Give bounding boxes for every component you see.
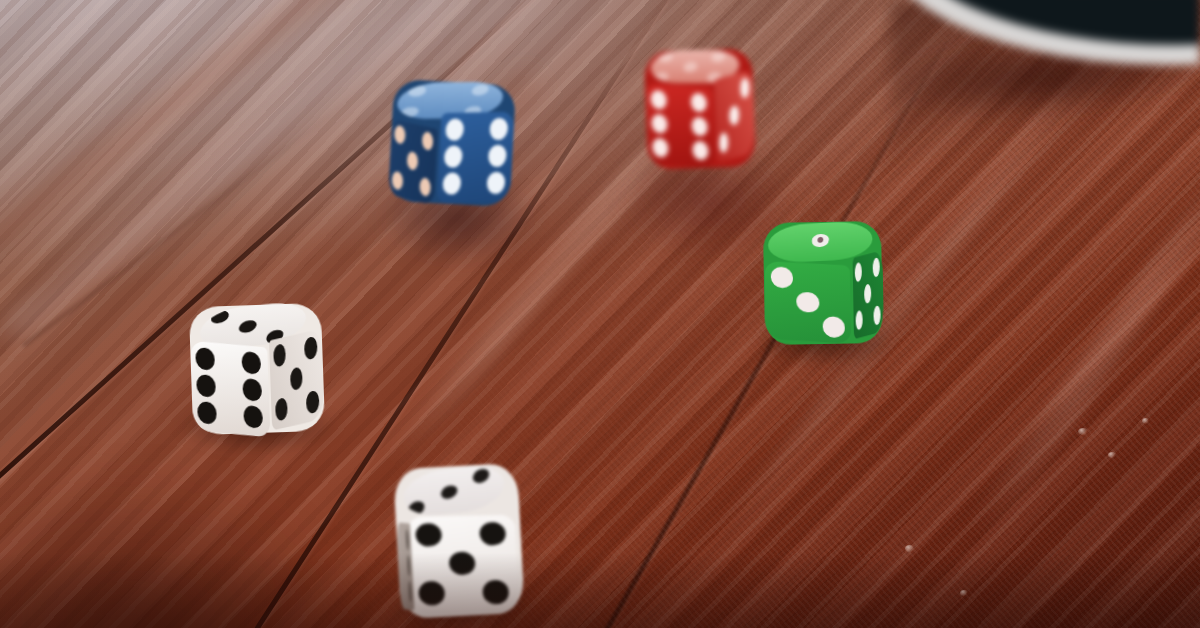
- die-red: [644, 48, 756, 170]
- scene-dice-on-wooden-table: [0, 0, 1200, 628]
- pip: [719, 132, 729, 154]
- pip: [242, 352, 261, 375]
- pip: [683, 62, 699, 72]
- die-white1: [189, 303, 325, 436]
- die-green-face-front-value-3: [765, 262, 851, 345]
- pip: [650, 90, 667, 110]
- pip: [419, 581, 446, 605]
- pip: [407, 500, 426, 515]
- pip: [244, 405, 263, 428]
- pip: [197, 401, 216, 424]
- pip: [405, 529, 409, 550]
- pip: [408, 581, 412, 602]
- pip: [797, 292, 819, 313]
- pip: [863, 283, 870, 304]
- die-white2: [393, 463, 525, 619]
- die-blue-face-front-value-6: [437, 112, 515, 203]
- pip: [483, 580, 510, 604]
- pip: [416, 522, 443, 546]
- pip: [651, 114, 668, 134]
- pip: [654, 72, 670, 82]
- die-green: [763, 221, 883, 345]
- die-red-face-right-value-3: [714, 70, 755, 162]
- pip: [658, 52, 674, 62]
- pip: [399, 107, 420, 118]
- die-white1-face-front-value-6: [190, 341, 270, 437]
- pip: [692, 141, 709, 161]
- pip: [449, 551, 476, 575]
- pip: [729, 104, 739, 126]
- pip: [290, 366, 303, 390]
- pip: [407, 85, 428, 96]
- pip: [652, 138, 669, 158]
- pip: [771, 267, 793, 288]
- pip: [488, 145, 507, 167]
- pip: [422, 131, 434, 152]
- pip: [872, 257, 879, 278]
- pip: [196, 348, 215, 371]
- pip: [445, 119, 464, 141]
- pip: [439, 484, 458, 499]
- die-green-face-right-value-5: [852, 250, 883, 338]
- pip: [854, 261, 861, 282]
- pip: [394, 125, 406, 146]
- pip: [690, 93, 707, 113]
- die-blue: [388, 79, 516, 207]
- pip: [691, 117, 708, 137]
- pip: [306, 389, 319, 413]
- pip: [855, 310, 862, 331]
- pip: [237, 320, 258, 334]
- pip: [444, 146, 463, 168]
- die-blue-face-left-value-5: [388, 119, 438, 205]
- pip: [243, 379, 262, 402]
- pip: [209, 310, 230, 324]
- dice-layer: [0, 0, 1200, 628]
- pip: [273, 343, 286, 367]
- pip: [873, 305, 880, 326]
- pip: [711, 52, 727, 62]
- pip: [470, 84, 491, 95]
- pip: [823, 317, 845, 338]
- pip: [480, 521, 507, 545]
- die-white1-face-right-value-5: [269, 328, 325, 430]
- pip: [305, 336, 318, 360]
- pip: [407, 555, 411, 576]
- die-white2-face-top-value-3: [399, 463, 508, 517]
- pip: [275, 397, 288, 421]
- pip: [407, 151, 419, 172]
- pip: [740, 77, 750, 99]
- pip: [197, 375, 216, 398]
- pip: [486, 172, 505, 194]
- die-white2-face-front-value-5: [408, 514, 520, 613]
- pip: [419, 176, 431, 197]
- pip: [442, 173, 461, 195]
- pip: [392, 170, 404, 191]
- pip: [489, 118, 508, 140]
- pip: [472, 468, 491, 483]
- pip: [810, 233, 829, 248]
- die-red-face-front-value-6: [645, 84, 715, 169]
